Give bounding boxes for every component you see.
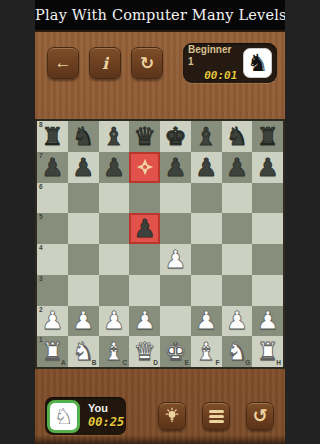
black-pawn[interactable]: ♟ bbox=[133, 216, 155, 241]
opponent-clock: 00:01 bbox=[204, 69, 237, 83]
white-queen[interactable]: ♛ bbox=[133, 339, 155, 364]
black-knight[interactable]: ♞ bbox=[72, 124, 94, 149]
square-d1[interactable]: D♛ bbox=[129, 336, 160, 367]
square-b7[interactable]: ♟ bbox=[68, 152, 99, 183]
square-e7[interactable]: ♟ bbox=[160, 152, 191, 183]
square-b2[interactable]: ♟ bbox=[68, 306, 99, 337]
square-b6[interactable] bbox=[68, 183, 99, 214]
square-g3[interactable] bbox=[222, 275, 253, 306]
black-pawn[interactable]: ♟ bbox=[256, 155, 278, 180]
square-c4[interactable] bbox=[99, 244, 130, 275]
rank-label-4: 4 bbox=[39, 245, 43, 252]
square-b5[interactable] bbox=[68, 213, 99, 244]
square-a4[interactable]: 4 bbox=[37, 244, 68, 275]
square-d4[interactable] bbox=[129, 244, 160, 275]
hint-button[interactable] bbox=[158, 402, 186, 430]
player-name: You bbox=[88, 401, 124, 415]
square-d5[interactable]: ♟ bbox=[129, 213, 160, 244]
black-pawn[interactable]: ♟ bbox=[103, 155, 125, 180]
square-g1[interactable]: G♞ bbox=[222, 336, 253, 367]
white-bishop[interactable]: ♝ bbox=[195, 339, 217, 364]
square-h6[interactable] bbox=[252, 183, 283, 214]
square-h4[interactable] bbox=[252, 244, 283, 275]
white-pawn[interactable]: ♟ bbox=[256, 308, 278, 333]
square-f6[interactable] bbox=[191, 183, 222, 214]
rank-label-6: 6 bbox=[39, 184, 43, 191]
white-rook[interactable]: ♜ bbox=[256, 339, 278, 364]
square-h2[interactable]: ♟ bbox=[252, 306, 283, 337]
square-g4[interactable] bbox=[222, 244, 253, 275]
square-b8[interactable]: ♞ bbox=[68, 121, 99, 152]
white-bishop[interactable]: ♝ bbox=[103, 339, 125, 364]
square-g2[interactable]: ♟ bbox=[222, 306, 253, 337]
player-clock: 00:25 bbox=[88, 415, 124, 431]
chess-board: 8♜♞♝♛♚♝♞♜7♟♟♟♟♟♟♟65♟4♟32♟♟♟♟♟♟♟1A♜B♞C♝D♛… bbox=[35, 119, 285, 369]
black-rook[interactable]: ♜ bbox=[41, 124, 63, 149]
opponent-panel: Beginner 1 00:01 ♞ bbox=[183, 43, 277, 83]
square-a1[interactable]: 1A♜ bbox=[37, 336, 68, 367]
square-c5[interactable] bbox=[99, 213, 130, 244]
white-knight[interactable]: ♞ bbox=[226, 339, 248, 364]
square-a7[interactable]: 7♟ bbox=[37, 152, 68, 183]
white-pawn[interactable]: ♟ bbox=[195, 308, 217, 333]
white-pawn[interactable]: ♟ bbox=[41, 308, 63, 333]
black-pawn[interactable]: ♟ bbox=[72, 155, 94, 180]
flip-board-button[interactable]: ↻ bbox=[131, 47, 163, 79]
black-knight[interactable]: ♞ bbox=[226, 124, 248, 149]
square-c3[interactable] bbox=[99, 275, 130, 306]
rank-label-3: 3 bbox=[39, 276, 43, 283]
black-pawn[interactable]: ♟ bbox=[41, 155, 63, 180]
square-b1[interactable]: B♞ bbox=[68, 336, 99, 367]
undo-icon: ↺ bbox=[253, 405, 268, 427]
black-rook[interactable]: ♜ bbox=[256, 124, 278, 149]
square-a5[interactable]: 5 bbox=[37, 213, 68, 244]
square-a2[interactable]: 2♟ bbox=[37, 306, 68, 337]
square-c7[interactable]: ♟ bbox=[99, 152, 130, 183]
toolbar: ← i ↻ Beginner 1 00:01 ♞ bbox=[35, 32, 285, 88]
square-e4[interactable]: ♟ bbox=[160, 244, 191, 275]
square-c2[interactable]: ♟ bbox=[99, 306, 130, 337]
square-h1[interactable]: H♜ bbox=[252, 336, 283, 367]
white-knight-icon: ♘ bbox=[54, 404, 74, 429]
square-c6[interactable] bbox=[99, 183, 130, 214]
black-pawn[interactable]: ♟ bbox=[226, 155, 248, 180]
back-button[interactable]: ← bbox=[47, 47, 79, 79]
square-a6[interactable]: 6 bbox=[37, 183, 68, 214]
info-icon: i bbox=[102, 54, 108, 73]
menu-icon bbox=[209, 410, 224, 423]
rank-label-5: 5 bbox=[39, 214, 43, 221]
square-f5[interactable] bbox=[191, 213, 222, 244]
square-e5[interactable] bbox=[160, 213, 191, 244]
opponent-avatar: ♞ bbox=[243, 48, 272, 78]
white-pawn[interactable]: ♟ bbox=[103, 308, 125, 333]
square-e8[interactable]: ♚ bbox=[160, 121, 191, 152]
square-f3[interactable] bbox=[191, 275, 222, 306]
info-button[interactable]: i bbox=[89, 47, 121, 79]
white-knight[interactable]: ♞ bbox=[72, 339, 94, 364]
black-knight-icon: ♞ bbox=[247, 49, 269, 77]
white-rook[interactable]: ♜ bbox=[41, 339, 63, 364]
player-avatar: ♘ bbox=[47, 400, 80, 433]
square-f1[interactable]: F♝ bbox=[191, 336, 222, 367]
square-f2[interactable]: ♟ bbox=[191, 306, 222, 337]
square-g6[interactable] bbox=[222, 183, 253, 214]
square-d3[interactable] bbox=[129, 275, 160, 306]
square-h3[interactable] bbox=[252, 275, 283, 306]
black-pawn[interactable]: ♟ bbox=[195, 155, 217, 180]
square-c1[interactable]: C♝ bbox=[99, 336, 130, 367]
square-d6[interactable] bbox=[129, 183, 160, 214]
square-a3[interactable]: 3 bbox=[37, 275, 68, 306]
square-c8[interactable]: ♝ bbox=[99, 121, 130, 152]
opponent-name: Beginner 1 bbox=[188, 44, 237, 69]
square-d2[interactable]: ♟ bbox=[129, 306, 160, 337]
white-king[interactable]: ♚ bbox=[164, 339, 186, 364]
white-pawn[interactable]: ♟ bbox=[72, 308, 94, 333]
black-bishop[interactable]: ♝ bbox=[195, 124, 217, 149]
last-move-from-marker-icon bbox=[129, 152, 160, 183]
square-e1[interactable]: E♚ bbox=[160, 336, 191, 367]
square-g8[interactable]: ♞ bbox=[222, 121, 253, 152]
square-f4[interactable] bbox=[191, 244, 222, 275]
square-b3[interactable] bbox=[68, 275, 99, 306]
black-king[interactable]: ♚ bbox=[164, 124, 186, 149]
black-bishop[interactable]: ♝ bbox=[103, 124, 125, 149]
square-g7[interactable]: ♟ bbox=[222, 152, 253, 183]
square-g5[interactable] bbox=[222, 213, 253, 244]
square-f7[interactable]: ♟ bbox=[191, 152, 222, 183]
black-pawn[interactable]: ♟ bbox=[164, 155, 186, 180]
refresh-icon: ↻ bbox=[140, 53, 154, 74]
square-e2[interactable] bbox=[160, 306, 191, 337]
black-queen[interactable]: ♛ bbox=[133, 124, 155, 149]
app-screen: Play With Computer Many Levels ← i ↻ Beg… bbox=[35, 0, 285, 444]
page-title: Play With Computer Many Levels bbox=[35, 0, 285, 32]
square-d7[interactable] bbox=[129, 152, 160, 183]
back-arrow-icon: ← bbox=[55, 53, 72, 73]
lightbulb-icon bbox=[163, 407, 181, 425]
undo-button[interactable]: ↺ bbox=[246, 402, 274, 430]
square-h8[interactable]: ♜ bbox=[252, 121, 283, 152]
square-a8[interactable]: 8♜ bbox=[37, 121, 68, 152]
bottom-bar: ♘ You 00:25 bbox=[35, 397, 285, 435]
square-b4[interactable] bbox=[68, 244, 99, 275]
square-h7[interactable]: ♟ bbox=[252, 152, 283, 183]
square-h5[interactable] bbox=[252, 213, 283, 244]
white-pawn[interactable]: ♟ bbox=[133, 308, 155, 333]
square-e6[interactable] bbox=[160, 183, 191, 214]
player-panel: ♘ You 00:25 bbox=[45, 397, 126, 435]
menu-button[interactable] bbox=[202, 402, 230, 430]
square-e3[interactable] bbox=[160, 275, 191, 306]
white-pawn[interactable]: ♟ bbox=[164, 247, 186, 272]
square-d8[interactable]: ♛ bbox=[129, 121, 160, 152]
white-pawn[interactable]: ♟ bbox=[226, 308, 248, 333]
square-f8[interactable]: ♝ bbox=[191, 121, 222, 152]
